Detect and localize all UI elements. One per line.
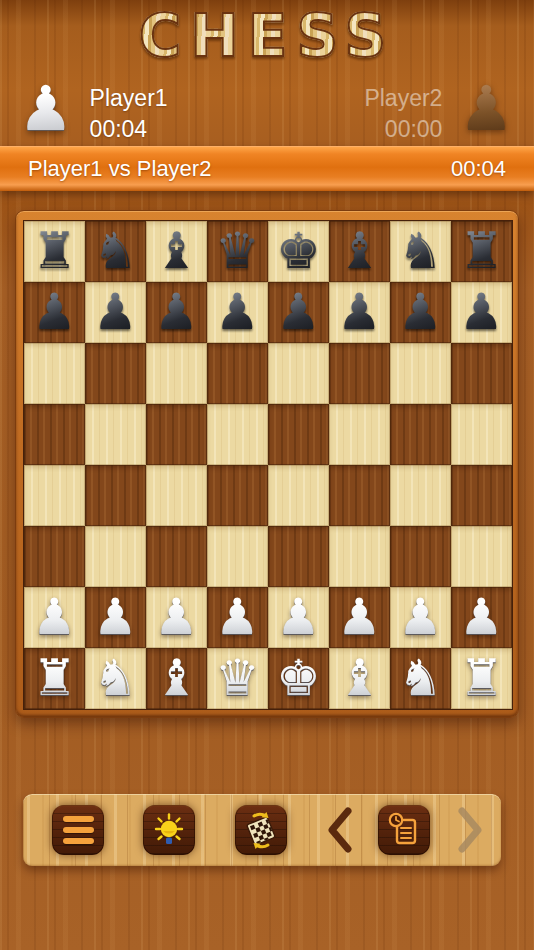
square-h4[interactable]	[451, 465, 512, 526]
piece-black-pawn[interactable]: ♟	[93, 282, 138, 343]
match-banner: Player1 vs Player2 00:04	[0, 146, 534, 191]
lightbulb-icon	[154, 813, 184, 847]
square-e7[interactable]: ♟	[268, 282, 329, 343]
hamburger-icon	[63, 816, 94, 844]
square-e3[interactable]	[268, 526, 329, 587]
square-h1[interactable]: ♜	[451, 648, 512, 709]
piece-black-pawn[interactable]: ♟	[276, 282, 321, 343]
square-b3[interactable]	[85, 526, 146, 587]
square-h8[interactable]: ♜	[451, 221, 512, 282]
piece-black-queen[interactable]: ♛	[215, 221, 260, 282]
piece-black-pawn[interactable]: ♟	[32, 282, 77, 343]
square-c6[interactable]	[146, 343, 207, 404]
square-h5[interactable]	[451, 404, 512, 465]
piece-white-pawn[interactable]: ♟	[459, 587, 504, 648]
player1-panel: ♟ Player1 00:04	[18, 76, 184, 142]
piece-black-bishop[interactable]: ♝	[154, 221, 199, 282]
piece-white-pawn[interactable]: ♟	[337, 587, 382, 648]
square-e2[interactable]: ♟	[268, 587, 329, 648]
player2-clock: 00:00	[385, 117, 443, 142]
piece-white-queen[interactable]: ♛	[215, 648, 260, 709]
app-title: CHESS	[0, 2, 534, 70]
square-h3[interactable]	[451, 526, 512, 587]
square-e5[interactable]	[268, 404, 329, 465]
piece-black-pawn[interactable]: ♟	[154, 282, 199, 343]
chevron-left-icon	[327, 807, 353, 853]
piece-white-pawn[interactable]: ♟	[32, 587, 77, 648]
square-c2[interactable]: ♟	[146, 587, 207, 648]
player1-name: Player1	[90, 86, 168, 111]
square-g8[interactable]: ♞	[390, 221, 451, 282]
square-f8[interactable]: ♝	[329, 221, 390, 282]
piece-black-king[interactable]: ♚	[276, 221, 321, 282]
square-f1[interactable]: ♝	[329, 648, 390, 709]
square-f6[interactable]	[329, 343, 390, 404]
piece-white-pawn[interactable]: ♟	[154, 587, 199, 648]
square-a7[interactable]: ♟	[24, 282, 85, 343]
piece-black-pawn[interactable]: ♟	[398, 282, 443, 343]
match-timer: 00:04	[451, 156, 506, 182]
square-b8[interactable]: ♞	[85, 221, 146, 282]
square-f7[interactable]: ♟	[329, 282, 390, 343]
piece-white-pawn[interactable]: ♟	[215, 587, 260, 648]
square-c4[interactable]	[146, 465, 207, 526]
square-d1[interactable]: ♛	[207, 648, 268, 709]
move-list-icon	[387, 812, 421, 848]
piece-black-knight[interactable]: ♞	[398, 221, 443, 282]
square-b2[interactable]: ♟	[85, 587, 146, 648]
player2-name: Player2	[364, 86, 442, 111]
menu-button[interactable]	[52, 805, 104, 855]
square-d2[interactable]: ♟	[207, 587, 268, 648]
brown-pawn-icon: ♟	[458, 76, 514, 142]
square-g7[interactable]: ♟	[390, 282, 451, 343]
square-g2[interactable]: ♟	[390, 587, 451, 648]
square-b5[interactable]	[85, 404, 146, 465]
square-d4[interactable]	[207, 465, 268, 526]
piece-white-pawn[interactable]: ♟	[398, 587, 443, 648]
square-c3[interactable]	[146, 526, 207, 587]
square-c5[interactable]	[146, 404, 207, 465]
hint-button[interactable]	[143, 805, 195, 855]
flip-board-icon	[241, 810, 281, 850]
square-e4[interactable]	[268, 465, 329, 526]
square-d7[interactable]: ♟	[207, 282, 268, 343]
chevron-right-icon	[457, 807, 483, 853]
square-g5[interactable]	[390, 404, 451, 465]
piece-black-bishop[interactable]: ♝	[337, 221, 382, 282]
square-f4[interactable]	[329, 465, 390, 526]
piece-white-knight[interactable]: ♞	[93, 648, 138, 709]
square-b6[interactable]	[85, 343, 146, 404]
piece-black-pawn[interactable]: ♟	[215, 282, 260, 343]
square-h7[interactable]: ♟	[451, 282, 512, 343]
square-e1[interactable]: ♚	[268, 648, 329, 709]
square-a8[interactable]: ♜	[24, 221, 85, 282]
player1-clock: 00:04	[90, 117, 168, 142]
square-f2[interactable]: ♟	[329, 587, 390, 648]
piece-black-pawn[interactable]: ♟	[459, 282, 504, 343]
square-g1[interactable]: ♞	[390, 648, 451, 709]
square-b4[interactable]	[85, 465, 146, 526]
square-g4[interactable]	[390, 465, 451, 526]
square-c8[interactable]: ♝	[146, 221, 207, 282]
square-f5[interactable]	[329, 404, 390, 465]
square-b1[interactable]: ♞	[85, 648, 146, 709]
piece-white-king[interactable]: ♚	[276, 648, 321, 709]
square-e6[interactable]	[268, 343, 329, 404]
piece-white-pawn[interactable]: ♟	[276, 587, 321, 648]
piece-white-rook[interactable]: ♜	[459, 648, 504, 709]
square-d6[interactable]	[207, 343, 268, 404]
piece-black-knight[interactable]: ♞	[93, 221, 138, 282]
player2-panel: ♟ Player2 00:00	[348, 76, 514, 142]
square-a4[interactable]	[24, 465, 85, 526]
square-d8[interactable]: ♛	[207, 221, 268, 282]
piece-black-pawn[interactable]: ♟	[337, 282, 382, 343]
square-g6[interactable]	[390, 343, 451, 404]
square-h2[interactable]: ♟	[451, 587, 512, 648]
square-f3[interactable]	[329, 526, 390, 587]
chess-board-frame: ♜♞♝♛♚♝♞♜♟♟♟♟♟♟♟♟♟♟♟♟♟♟♟♟♜♞♝♛♚♝♞♜	[15, 210, 519, 718]
square-d3[interactable]	[207, 526, 268, 587]
square-a6[interactable]	[24, 343, 85, 404]
back-button[interactable]	[323, 806, 357, 854]
square-c7[interactable]: ♟	[146, 282, 207, 343]
square-h6[interactable]	[451, 343, 512, 404]
square-a1[interactable]: ♜	[24, 648, 85, 709]
piece-white-pawn[interactable]: ♟	[93, 587, 138, 648]
square-a2[interactable]: ♟	[24, 587, 85, 648]
match-label: Player1 vs Player2	[28, 156, 211, 182]
square-a5[interactable]	[24, 404, 85, 465]
move-list-button[interactable]	[378, 805, 430, 855]
square-a3[interactable]	[24, 526, 85, 587]
square-b7[interactable]: ♟	[85, 282, 146, 343]
square-c1[interactable]: ♝	[146, 648, 207, 709]
forward-button[interactable]	[453, 806, 487, 854]
app-screen: CHESS ♟ Player1 00:04 ♟ Player2 00:00 Pl…	[0, 0, 534, 950]
toolbar	[23, 794, 501, 866]
piece-white-rook[interactable]: ♜	[32, 648, 77, 709]
square-d5[interactable]	[207, 404, 268, 465]
piece-white-bishop[interactable]: ♝	[154, 648, 199, 709]
white-pawn-icon: ♟	[18, 76, 74, 142]
flip-board-button[interactable]	[235, 805, 287, 855]
piece-black-rook[interactable]: ♜	[32, 221, 77, 282]
piece-white-knight[interactable]: ♞	[398, 648, 443, 709]
piece-black-rook[interactable]: ♜	[459, 221, 504, 282]
square-e8[interactable]: ♚	[268, 221, 329, 282]
chess-board[interactable]: ♜♞♝♛♚♝♞♜♟♟♟♟♟♟♟♟♟♟♟♟♟♟♟♟♜♞♝♛♚♝♞♜	[23, 220, 513, 710]
square-g3[interactable]	[390, 526, 451, 587]
piece-white-bishop[interactable]: ♝	[337, 648, 382, 709]
